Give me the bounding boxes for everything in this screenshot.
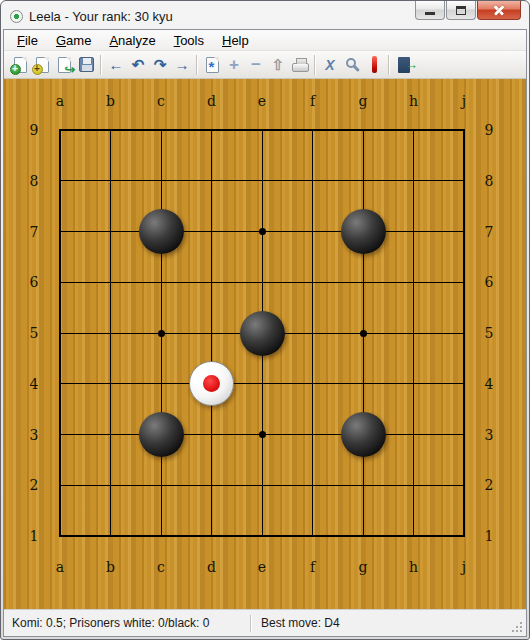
col-label-bottom-e: e bbox=[237, 557, 287, 577]
close-button[interactable] bbox=[477, 1, 521, 20]
close-icon bbox=[492, 3, 506, 17]
col-label-top-e: e bbox=[237, 91, 287, 111]
col-label-top-c: c bbox=[136, 91, 186, 111]
window-title: Leela - Your rank: 30 kyu bbox=[29, 9, 173, 24]
menu-bar: FileGameAnalyzeToolsHelp bbox=[4, 30, 526, 51]
new-rated-game-icon[interactable]: + bbox=[31, 53, 53, 76]
toolbar-separator bbox=[388, 55, 390, 75]
status-bar: Komi: 0.5; Prisoners white: 0/black: 0 B… bbox=[4, 609, 526, 636]
menu-help[interactable]: Help bbox=[213, 31, 258, 50]
maximize-button[interactable] bbox=[446, 1, 476, 20]
toolbar-separator bbox=[196, 55, 198, 75]
col-label-top-b: b bbox=[86, 91, 136, 111]
row-label-left-1: 1 bbox=[22, 526, 46, 546]
col-label-bottom-a: a bbox=[35, 557, 85, 577]
resign-icon[interactable]: X bbox=[319, 53, 341, 76]
row-label-left-5: 5 bbox=[22, 323, 46, 343]
minimize-icon bbox=[425, 12, 435, 15]
menu-analyze[interactable]: Analyze bbox=[100, 31, 164, 50]
row-label-right-5: 5 bbox=[477, 323, 501, 343]
row-label-right-4: 4 bbox=[477, 374, 501, 394]
best-move-marker-icon[interactable] bbox=[363, 53, 385, 76]
col-label-bottom-d: d bbox=[187, 557, 237, 577]
row-label-right-7: 7 bbox=[477, 222, 501, 242]
row-label-left-8: 8 bbox=[22, 171, 46, 191]
white-stone-d4[interactable] bbox=[189, 361, 234, 406]
resize-grip[interactable] bbox=[510, 620, 522, 632]
analysis-window-icon[interactable] bbox=[341, 53, 363, 76]
row-label-left-6: 6 bbox=[22, 272, 46, 292]
minus-stone-icon[interactable]: − bbox=[245, 53, 267, 76]
row-label-left-7: 7 bbox=[22, 222, 46, 242]
col-label-top-f: f bbox=[288, 91, 338, 111]
col-label-top-a: a bbox=[35, 91, 85, 111]
score-game-icon[interactable] bbox=[289, 53, 311, 76]
toolbar-separator bbox=[100, 55, 102, 75]
toolbar-separator bbox=[314, 55, 316, 75]
open-game-icon[interactable]: ↪ bbox=[53, 53, 75, 76]
maximize-icon bbox=[456, 6, 466, 15]
col-label-bottom-g: g bbox=[338, 557, 388, 577]
go-board[interactable]: aabbccddeeffgghhjj998877665544332211 bbox=[4, 79, 526, 609]
black-stone-g7[interactable] bbox=[341, 209, 386, 254]
grid-line-vertical bbox=[312, 129, 313, 537]
black-stone-c7[interactable] bbox=[139, 209, 184, 254]
star-point bbox=[259, 228, 266, 235]
row-label-right-3: 3 bbox=[477, 425, 501, 445]
grid-line-horizontal bbox=[59, 383, 465, 384]
app-icon bbox=[10, 10, 23, 23]
grid-line-horizontal bbox=[59, 535, 465, 537]
last-move-marker bbox=[203, 375, 220, 392]
col-label-bottom-b: b bbox=[86, 557, 136, 577]
row-label-right-9: 9 bbox=[477, 120, 501, 140]
col-label-top-h: h bbox=[389, 91, 439, 111]
grid-line-horizontal bbox=[59, 485, 465, 486]
row-label-right-2: 2 bbox=[477, 475, 501, 495]
menu-file[interactable]: File bbox=[8, 31, 47, 50]
grid-line-vertical bbox=[463, 129, 465, 537]
title-bar[interactable]: Leela - Your rank: 30 kyu bbox=[3, 3, 527, 29]
row-label-right-1: 1 bbox=[477, 526, 501, 546]
row-label-right-6: 6 bbox=[477, 272, 501, 292]
undo-move-icon[interactable]: ↶ bbox=[127, 53, 149, 76]
star-point bbox=[158, 330, 165, 337]
row-label-right-8: 8 bbox=[477, 171, 501, 191]
first-move-icon[interactable]: ← bbox=[105, 53, 127, 76]
menu-tools[interactable]: Tools bbox=[165, 31, 213, 50]
star-point bbox=[259, 431, 266, 438]
col-label-top-d: d bbox=[187, 91, 237, 111]
black-stone-c3[interactable] bbox=[139, 412, 184, 457]
status-best-move: Best move: D4 bbox=[252, 616, 340, 630]
col-label-top-g: g bbox=[338, 91, 388, 111]
minimize-button[interactable] bbox=[415, 1, 445, 20]
col-label-top-j: j bbox=[439, 91, 489, 111]
plus-stone-icon[interactable]: + bbox=[223, 53, 245, 76]
leela-window: Leela - Your rank: 30 kyu FileGameAnalyz… bbox=[0, 0, 530, 640]
row-label-left-9: 9 bbox=[22, 120, 46, 140]
col-label-bottom-c: c bbox=[136, 557, 186, 577]
star-point bbox=[360, 330, 367, 337]
col-label-bottom-j: j bbox=[439, 557, 489, 577]
tool-bar: ++↪←↶↷→*+−⇧X bbox=[4, 51, 526, 79]
col-label-bottom-f: f bbox=[288, 557, 338, 577]
exit-icon[interactable] bbox=[393, 53, 415, 76]
board-grid bbox=[59, 129, 465, 537]
menu-game[interactable]: Game bbox=[47, 31, 100, 50]
pass-icon[interactable]: ⇧ bbox=[267, 53, 289, 76]
col-label-bottom-h: h bbox=[389, 557, 439, 577]
window-controls bbox=[414, 1, 521, 20]
last-move-icon[interactable]: → bbox=[171, 53, 193, 76]
row-label-left-4: 4 bbox=[22, 374, 46, 394]
row-label-left-2: 2 bbox=[22, 475, 46, 495]
client-area: FileGameAnalyzeToolsHelp ++↪←↶↷→*+−⇧X aa… bbox=[3, 29, 527, 637]
grid-line-vertical bbox=[413, 129, 414, 537]
analyze-position-icon[interactable]: * bbox=[201, 53, 223, 76]
status-game-info: Komi: 0.5; Prisoners white: 0/black: 0 bbox=[4, 616, 250, 630]
row-label-left-3: 3 bbox=[22, 425, 46, 445]
new-game-icon[interactable]: + bbox=[9, 53, 31, 76]
redo-move-icon[interactable]: ↷ bbox=[149, 53, 171, 76]
black-stone-g3[interactable] bbox=[341, 412, 386, 457]
save-game-icon[interactable] bbox=[75, 53, 97, 76]
black-stone-e5[interactable] bbox=[240, 311, 285, 356]
